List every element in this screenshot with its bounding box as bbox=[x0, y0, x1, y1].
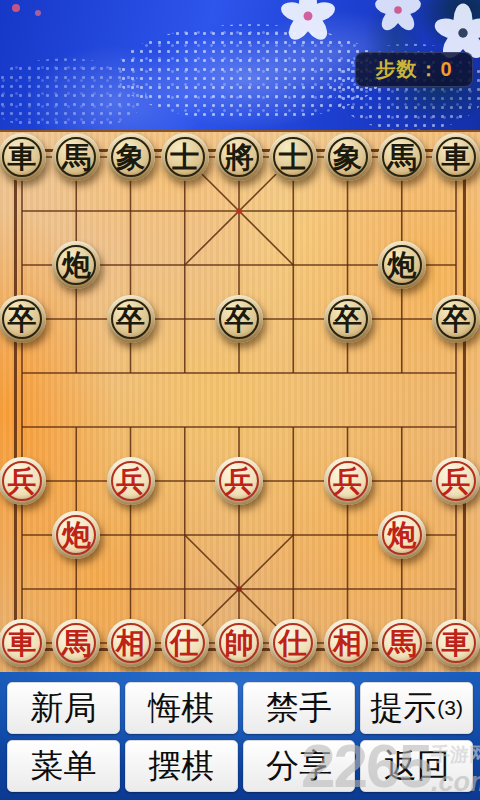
piece-red-chariot[interactable]: 車 bbox=[432, 619, 480, 667]
piece-black-horse[interactable]: 馬 bbox=[378, 133, 426, 181]
piece-black-soldier[interactable]: 卒 bbox=[432, 295, 480, 343]
piece-red-horse[interactable]: 馬 bbox=[378, 619, 426, 667]
piece-black-advisor[interactable]: 士 bbox=[269, 133, 317, 181]
piece-black-chariot[interactable]: 車 bbox=[0, 133, 46, 181]
piece-red-advisor[interactable]: 仕 bbox=[161, 619, 209, 667]
piece-black-advisor[interactable]: 士 bbox=[161, 133, 209, 181]
piece-black-soldier[interactable]: 卒 bbox=[215, 295, 263, 343]
step-counter: 步数：0 bbox=[355, 52, 473, 87]
button-forbidden-moves[interactable]: 禁手 bbox=[243, 682, 356, 734]
piece-black-soldier[interactable]: 卒 bbox=[107, 295, 155, 343]
piece-black-elephant[interactable]: 象 bbox=[324, 133, 372, 181]
button-undo[interactable]: 悔棋 bbox=[125, 682, 238, 734]
piece-red-soldier[interactable]: 兵 bbox=[432, 457, 480, 505]
button-menu[interactable]: 菜单 bbox=[7, 740, 120, 792]
piece-black-soldier[interactable]: 卒 bbox=[324, 295, 372, 343]
button-new-game[interactable]: 新局 bbox=[7, 682, 120, 734]
piece-black-soldier[interactable]: 卒 bbox=[0, 295, 46, 343]
piece-red-soldier[interactable]: 兵 bbox=[324, 457, 372, 505]
button-share[interactable]: 分享 bbox=[243, 740, 356, 792]
xiangqi-board[interactable]: 車馬象士將士象馬車炮炮卒卒卒卒卒兵兵兵兵兵炮炮車馬相仕帥仕相馬車 bbox=[0, 130, 480, 674]
piece-black-elephant[interactable]: 象 bbox=[107, 133, 155, 181]
blossom-cluster bbox=[110, 20, 390, 125]
pieces-layer: 車馬象士將士象馬車炮炮卒卒卒卒卒兵兵兵兵兵炮炮車馬相仕帥仕相馬車 bbox=[0, 132, 480, 674]
piece-red-horse[interactable]: 馬 bbox=[52, 619, 100, 667]
piece-black-cannon[interactable]: 炮 bbox=[52, 241, 100, 289]
button-setup-board[interactable]: 摆棋 bbox=[125, 740, 238, 792]
piece-red-soldier[interactable]: 兵 bbox=[107, 457, 155, 505]
game-screen: 步数：0 bbox=[0, 0, 480, 800]
button-back[interactable]: 返回 bbox=[360, 740, 473, 792]
step-counter-label: 步数 bbox=[375, 56, 417, 83]
piece-red-chariot[interactable]: 車 bbox=[0, 619, 46, 667]
piece-red-general[interactable]: 帥 bbox=[215, 619, 263, 667]
piece-black-general[interactable]: 將 bbox=[215, 133, 263, 181]
piece-red-elephant[interactable]: 相 bbox=[324, 619, 372, 667]
step-counter-value: 0 bbox=[440, 58, 452, 81]
piece-red-cannon[interactable]: 炮 bbox=[52, 511, 100, 559]
piece-black-chariot[interactable]: 車 bbox=[432, 133, 480, 181]
piece-red-advisor[interactable]: 仕 bbox=[269, 619, 317, 667]
piece-red-soldier[interactable]: 兵 bbox=[215, 457, 263, 505]
piece-black-cannon[interactable]: 炮 bbox=[378, 241, 426, 289]
piece-red-cannon[interactable]: 炮 bbox=[378, 511, 426, 559]
piece-red-elephant[interactable]: 相 bbox=[107, 619, 155, 667]
controls-bar: 新局悔棋禁手提示(3)菜单摆棋分享返回 bbox=[0, 672, 480, 800]
piece-red-soldier[interactable]: 兵 bbox=[0, 457, 46, 505]
step-counter-separator: ： bbox=[418, 56, 439, 83]
blossom-cluster bbox=[0, 55, 150, 135]
flower-banner: 步数：0 bbox=[0, 0, 480, 130]
button-hint[interactable]: 提示(3) bbox=[360, 682, 473, 734]
piece-black-horse[interactable]: 馬 bbox=[52, 133, 100, 181]
